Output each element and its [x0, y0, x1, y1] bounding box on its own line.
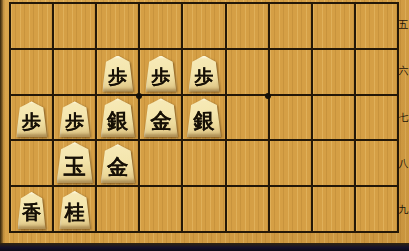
piece-gold-6-7[interactable]: 金 — [144, 98, 178, 137]
cell-2-8[interactable] — [313, 141, 354, 185]
piece-kanji: 歩 — [151, 67, 170, 86]
piece-knight-8-9[interactable]: 桂 — [59, 191, 90, 229]
piece-body: 玉 — [57, 142, 93, 183]
cell-8-5[interactable] — [54, 4, 95, 48]
piece-body: 歩 — [102, 56, 133, 92]
piece-kanji: 歩 — [108, 67, 127, 86]
cell-6-8[interactable] — [140, 141, 181, 185]
cell-2-7[interactable] — [313, 96, 354, 140]
star-point-right — [265, 93, 271, 99]
cell-2-9[interactable] — [313, 187, 354, 231]
cell-4-9[interactable] — [227, 187, 268, 231]
cell-2-5[interactable] — [313, 4, 354, 48]
piece-silver-7-7[interactable]: 銀 — [101, 98, 135, 137]
rank-label-8: 八 — [398, 141, 409, 187]
rank-label-5: 五 — [398, 2, 409, 48]
piece-body: 歩 — [16, 101, 47, 137]
cell-6-7[interactable]: 金 — [140, 96, 181, 140]
piece-body: 銀 — [101, 98, 135, 137]
cell-7-5[interactable] — [97, 4, 138, 48]
piece-pawn-6-6[interactable]: 歩 — [145, 56, 176, 92]
cell-8-6[interactable] — [54, 50, 95, 94]
cell-3-5[interactable] — [270, 4, 311, 48]
piece-body: 香 — [18, 192, 46, 229]
cell-9-5[interactable] — [11, 4, 52, 48]
cell-5-7[interactable]: 銀 — [183, 96, 224, 140]
piece-body: 銀 — [187, 98, 221, 137]
piece-king-8-8[interactable]: 玉 — [57, 142, 93, 183]
piece-kanji: 歩 — [22, 112, 41, 131]
cell-9-8[interactable] — [11, 141, 52, 185]
cell-1-5[interactable] — [356, 4, 397, 48]
piece-kanji: 香 — [22, 203, 41, 222]
cell-7-6[interactable]: 歩 — [97, 50, 138, 94]
cell-8-8[interactable]: 玉 — [54, 141, 95, 185]
cell-5-6[interactable]: 歩 — [183, 50, 224, 94]
piece-kanji: 銀 — [193, 110, 214, 131]
cell-3-7[interactable] — [270, 96, 311, 140]
cell-6-6[interactable]: 歩 — [140, 50, 181, 94]
cell-8-9[interactable]: 桂 — [54, 187, 95, 231]
rank-label-7: 七 — [398, 94, 409, 140]
cell-2-6[interactable] — [313, 50, 354, 94]
cell-4-7[interactable] — [227, 96, 268, 140]
piece-kanji: 金 — [107, 156, 128, 177]
piece-kanji: 歩 — [194, 67, 213, 86]
piece-pawn-8-7[interactable]: 歩 — [59, 101, 90, 137]
piece-pawn-9-7[interactable]: 歩 — [16, 101, 47, 137]
cell-4-8[interactable] — [227, 141, 268, 185]
cell-1-9[interactable] — [356, 187, 397, 231]
cell-6-5[interactable] — [140, 4, 181, 48]
cell-8-7[interactable]: 歩 — [54, 96, 95, 140]
cell-1-8[interactable] — [356, 141, 397, 185]
piece-body: 歩 — [59, 101, 90, 137]
rank-label-9: 九 — [398, 187, 409, 233]
piece-body: 桂 — [59, 191, 90, 229]
cell-9-7[interactable]: 歩 — [11, 96, 52, 140]
cell-1-6[interactable] — [356, 50, 397, 94]
piece-pawn-5-6[interactable]: 歩 — [188, 56, 219, 92]
cell-4-6[interactable] — [227, 50, 268, 94]
piece-body: 金 — [144, 98, 178, 137]
cell-9-6[interactable] — [11, 50, 52, 94]
star-point-left — [136, 93, 142, 99]
cell-3-6[interactable] — [270, 50, 311, 94]
piece-kanji: 金 — [150, 110, 171, 131]
rank-label-6: 六 — [398, 48, 409, 94]
cell-5-9[interactable] — [183, 187, 224, 231]
shogi-board: 歩歩歩歩歩銀金銀玉金香桂 — [9, 2, 399, 233]
cell-6-9[interactable] — [140, 187, 181, 231]
piece-body: 金 — [101, 144, 135, 183]
cell-5-5[interactable] — [183, 4, 224, 48]
rank-label-column: 五六七八九 — [398, 2, 409, 233]
piece-body: 歩 — [188, 56, 219, 92]
cell-7-9[interactable] — [97, 187, 138, 231]
piece-silver-5-7[interactable]: 銀 — [187, 98, 221, 137]
piece-lance-9-9[interactable]: 香 — [18, 192, 46, 229]
cell-9-9[interactable]: 香 — [11, 187, 52, 231]
cell-3-9[interactable] — [270, 187, 311, 231]
cell-7-8[interactable]: 金 — [97, 141, 138, 185]
cell-4-5[interactable] — [227, 4, 268, 48]
board-bottom-bezel — [0, 243, 409, 251]
cell-5-8[interactable] — [183, 141, 224, 185]
board-left-edge — [0, 0, 4, 251]
shogi-board-screenshot: 歩歩歩歩歩銀金銀玉金香桂 五六七八九 — [0, 0, 409, 251]
piece-kanji: 桂 — [65, 202, 85, 222]
piece-pawn-7-6[interactable]: 歩 — [102, 56, 133, 92]
piece-gold-7-8[interactable]: 金 — [101, 144, 135, 183]
piece-kanji: 銀 — [107, 110, 128, 131]
piece-body: 歩 — [145, 56, 176, 92]
cell-3-8[interactable] — [270, 141, 311, 185]
piece-kanji: 玉 — [64, 155, 86, 177]
cell-1-7[interactable] — [356, 96, 397, 140]
piece-kanji: 歩 — [65, 112, 84, 131]
cell-7-7[interactable]: 銀 — [97, 96, 138, 140]
